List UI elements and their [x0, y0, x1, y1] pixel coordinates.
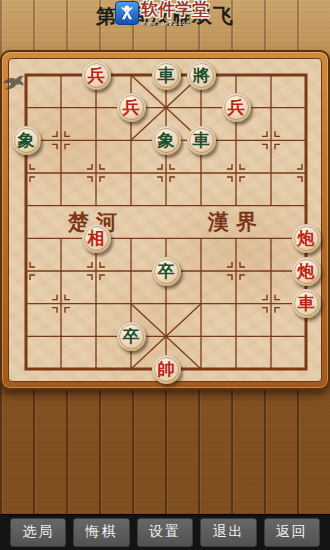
piece-red-炮-8-6[interactable]: 炮 — [292, 257, 321, 286]
watermark: 软件学堂 www.xue51.com — [115, 1, 209, 26]
pieces-layer: 兵車將兵兵象象車相炮卒炮車卒帥 — [2, 52, 328, 388]
undo-move-button[interactable]: 悔棋 — [73, 518, 129, 547]
piece-black-象-4-2[interactable]: 象 — [152, 126, 181, 155]
piece-red-車-8-7[interactable]: 車 — [292, 289, 321, 318]
piece-red-兵-2-0[interactable]: 兵 — [82, 61, 111, 90]
piece-black-車-5-2[interactable]: 車 — [187, 126, 216, 155]
piece-red-帥-4-9[interactable]: 帥 — [152, 355, 181, 384]
exit-button[interactable]: 退出 — [200, 518, 256, 547]
watermark-text: 软件学堂 — [141, 1, 209, 19]
watermark-logo-icon — [115, 1, 139, 25]
piece-red-相-2-5[interactable]: 相 — [82, 224, 111, 253]
piece-black-卒-4-6[interactable]: 卒 — [152, 257, 181, 286]
title-bar: 第1局汉雁双飞 软件学堂 www.xue51.com — [0, 0, 330, 30]
piece-red-兵-3-1[interactable]: 兵 — [117, 93, 146, 122]
piece-black-卒-3-8[interactable]: 卒 — [117, 322, 146, 351]
select-game-button[interactable]: 选局 — [10, 518, 66, 547]
piece-red-兵-6-1[interactable]: 兵 — [222, 93, 251, 122]
piece-black-將-5-0[interactable]: 將 — [187, 61, 216, 90]
settings-button[interactable]: 设置 — [137, 518, 193, 547]
piece-black-象-0-2[interactable]: 象 — [12, 126, 41, 155]
back-button[interactable]: 返回 — [264, 518, 320, 547]
footer-bar: 选局 悔棋 设置 退出 返回 — [0, 514, 330, 550]
piece-red-炮-8-5[interactable]: 炮 — [292, 224, 321, 253]
piece-black-車-4-0[interactable]: 車 — [152, 61, 181, 90]
watermark-url: www.xue51.com — [141, 20, 209, 26]
board[interactable]: 楚河 漢界 兵車將兵兵象象車相炮卒炮車卒帥 — [0, 50, 330, 390]
